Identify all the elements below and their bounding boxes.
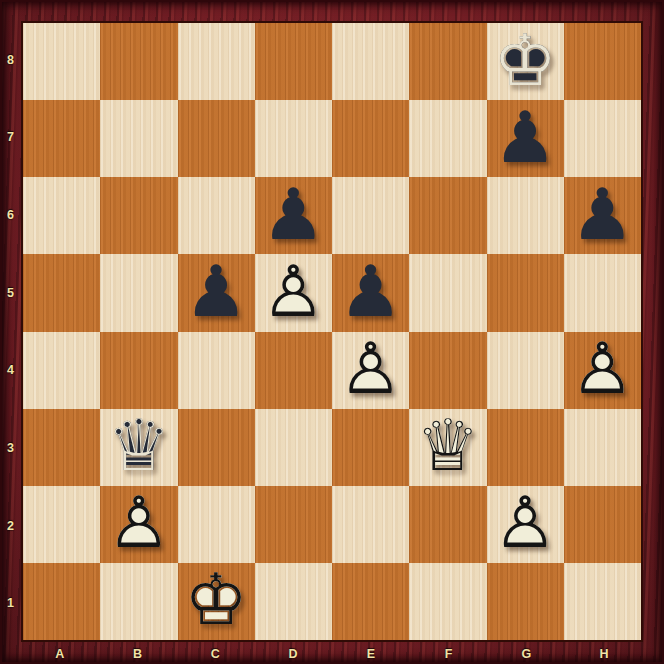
- square-b2[interactable]: ♟♙: [100, 486, 177, 563]
- square-b5[interactable]: [100, 254, 177, 331]
- square-f7[interactable]: [409, 100, 486, 177]
- square-b3[interactable]: ♛♕: [100, 409, 177, 486]
- piece-fill-glyph: ♟: [184, 256, 248, 327]
- piece-white-pawn[interactable]: ♟♙: [255, 254, 332, 331]
- piece-fill-glyph: ♟: [493, 102, 557, 173]
- square-h5[interactable]: [564, 254, 641, 331]
- rank-label-2: 2: [0, 487, 21, 565]
- square-c4[interactable]: [178, 332, 255, 409]
- square-h7[interactable]: [564, 100, 641, 177]
- board-frame: 87654321 ABCDEFGH ♚♔♟♟♟♟♟♙♟♟♙♟♙♛♕♛♕♟♙♟♙♚…: [0, 0, 664, 664]
- square-a7[interactable]: [23, 100, 100, 177]
- piece-white-pawn[interactable]: ♟♙: [564, 332, 641, 409]
- square-c7[interactable]: [178, 100, 255, 177]
- square-a5[interactable]: [23, 254, 100, 331]
- square-f6[interactable]: [409, 177, 486, 254]
- square-a4[interactable]: [23, 332, 100, 409]
- square-h1[interactable]: [564, 563, 641, 640]
- square-f1[interactable]: [409, 563, 486, 640]
- square-c5[interactable]: ♟: [178, 254, 255, 331]
- square-h6[interactable]: ♟: [564, 177, 641, 254]
- square-b6[interactable]: [100, 177, 177, 254]
- piece-fill-glyph: ♟: [339, 256, 403, 327]
- square-d8[interactable]: [255, 23, 332, 100]
- square-a2[interactable]: [23, 486, 100, 563]
- piece-outline-glyph: ♕: [107, 410, 171, 481]
- square-g7[interactable]: ♟: [487, 100, 564, 177]
- file-label-a: A: [21, 643, 99, 664]
- square-g8[interactable]: ♚♔: [487, 23, 564, 100]
- square-e2[interactable]: [332, 486, 409, 563]
- square-c8[interactable]: [178, 23, 255, 100]
- rank-label-8: 8: [0, 21, 21, 99]
- square-b8[interactable]: [100, 23, 177, 100]
- square-a1[interactable]: [23, 563, 100, 640]
- piece-outline-glyph: ♙: [493, 487, 557, 558]
- square-h8[interactable]: [564, 23, 641, 100]
- piece-black-pawn[interactable]: ♟: [487, 100, 564, 177]
- square-f2[interactable]: [409, 486, 486, 563]
- square-h4[interactable]: ♟♙: [564, 332, 641, 409]
- file-label-g: G: [488, 643, 566, 664]
- piece-outline-glyph: ♔: [493, 25, 557, 96]
- file-label-b: B: [99, 643, 177, 664]
- square-g1[interactable]: [487, 563, 564, 640]
- file-label-h: H: [565, 643, 643, 664]
- square-d6[interactable]: ♟: [255, 177, 332, 254]
- square-f3[interactable]: ♛♕: [409, 409, 486, 486]
- piece-outline-glyph: ♙: [107, 487, 171, 558]
- rank-label-6: 6: [0, 176, 21, 254]
- file-label-d: D: [254, 643, 332, 664]
- square-c3[interactable]: [178, 409, 255, 486]
- square-h2[interactable]: [564, 486, 641, 563]
- piece-outline-glyph: ♙: [262, 256, 326, 327]
- square-f4[interactable]: [409, 332, 486, 409]
- square-g3[interactable]: [487, 409, 564, 486]
- piece-black-queen[interactable]: ♛♕: [100, 409, 177, 486]
- square-e3[interactable]: [332, 409, 409, 486]
- piece-white-king[interactable]: ♚♔: [178, 563, 255, 640]
- square-g4[interactable]: [487, 332, 564, 409]
- piece-white-pawn[interactable]: ♟♙: [332, 332, 409, 409]
- square-f5[interactable]: [409, 254, 486, 331]
- square-g5[interactable]: [487, 254, 564, 331]
- square-d4[interactable]: [255, 332, 332, 409]
- square-b4[interactable]: [100, 332, 177, 409]
- square-a8[interactable]: [23, 23, 100, 100]
- piece-white-pawn[interactable]: ♟♙: [487, 486, 564, 563]
- square-b7[interactable]: [100, 100, 177, 177]
- piece-outline-glyph: ♕: [416, 410, 480, 481]
- rank-label-5: 5: [0, 254, 21, 332]
- square-f8[interactable]: [409, 23, 486, 100]
- square-g6[interactable]: [487, 177, 564, 254]
- square-c2[interactable]: [178, 486, 255, 563]
- piece-black-pawn[interactable]: ♟: [255, 177, 332, 254]
- piece-black-pawn[interactable]: ♟: [178, 254, 255, 331]
- square-a6[interactable]: [23, 177, 100, 254]
- rank-label-7: 7: [0, 99, 21, 177]
- file-labels: ABCDEFGH: [21, 643, 643, 664]
- rank-label-4: 4: [0, 332, 21, 410]
- square-h3[interactable]: [564, 409, 641, 486]
- file-label-f: F: [410, 643, 488, 664]
- piece-black-pawn[interactable]: ♟: [564, 177, 641, 254]
- rank-labels: 87654321: [0, 21, 21, 642]
- square-e6[interactable]: [332, 177, 409, 254]
- chess-board: ♚♔♟♟♟♟♟♙♟♟♙♟♙♛♕♛♕♟♙♟♙♚♔: [21, 21, 643, 642]
- square-d5[interactable]: ♟♙: [255, 254, 332, 331]
- square-d3[interactable]: [255, 409, 332, 486]
- square-e7[interactable]: [332, 100, 409, 177]
- piece-black-pawn[interactable]: ♟: [332, 254, 409, 331]
- square-e8[interactable]: [332, 23, 409, 100]
- file-label-c: C: [177, 643, 255, 664]
- square-d1[interactable]: [255, 563, 332, 640]
- rank-label-1: 1: [0, 564, 21, 642]
- piece-outline-glyph: ♙: [571, 333, 635, 404]
- square-e4[interactable]: ♟♙: [332, 332, 409, 409]
- piece-outline-glyph: ♙: [339, 333, 403, 404]
- square-e1[interactable]: [332, 563, 409, 640]
- square-a3[interactable]: [23, 409, 100, 486]
- square-e5[interactable]: ♟: [332, 254, 409, 331]
- square-d7[interactable]: [255, 100, 332, 177]
- piece-white-queen[interactable]: ♛♕: [409, 409, 486, 486]
- rank-label-3: 3: [0, 409, 21, 487]
- piece-fill-glyph: ♟: [262, 179, 326, 250]
- piece-fill-glyph: ♟: [571, 179, 635, 250]
- piece-outline-glyph: ♔: [184, 565, 248, 636]
- square-c6[interactable]: [178, 177, 255, 254]
- piece-black-king[interactable]: ♚♔: [487, 23, 564, 100]
- square-c1[interactable]: ♚♔: [178, 563, 255, 640]
- file-label-e: E: [332, 643, 410, 664]
- piece-white-pawn[interactable]: ♟♙: [100, 486, 177, 563]
- square-g2[interactable]: ♟♙: [487, 486, 564, 563]
- square-d2[interactable]: [255, 486, 332, 563]
- square-b1[interactable]: [100, 563, 177, 640]
